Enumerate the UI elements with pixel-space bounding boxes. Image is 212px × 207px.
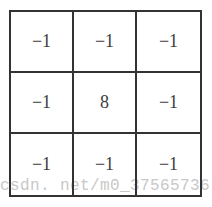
- cell-r2c1: −1: [74, 134, 137, 195]
- number-grid: −1 −1 −1 −1 8 −1 −1 −1 −1: [9, 10, 202, 197]
- cell-r1c0: −1: [11, 73, 74, 134]
- cell-r2c0: −1: [11, 134, 74, 195]
- cell-r0c2: −1: [137, 12, 200, 73]
- cell-r0c1: −1: [74, 12, 137, 73]
- cell-r1c1: 8: [74, 73, 137, 134]
- cell-r0c0: −1: [11, 12, 74, 73]
- cell-r1c2: −1: [137, 73, 200, 134]
- cell-r2c2: −1: [137, 134, 200, 195]
- page: csdn. net/m0_37565736 −1 −1 −1 −1 8 −1 −…: [0, 0, 212, 207]
